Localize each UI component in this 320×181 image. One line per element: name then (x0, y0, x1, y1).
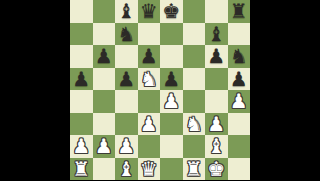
square-e8[interactable]: ♚ (160, 0, 183, 23)
piece-black-pawn[interactable]: ♟ (72, 68, 90, 88)
square-g7[interactable]: ♝ (205, 23, 228, 46)
square-d2[interactable] (138, 135, 161, 158)
square-f6[interactable] (183, 45, 206, 68)
square-c5[interactable]: ♟ (115, 68, 138, 91)
square-e7[interactable] (160, 23, 183, 46)
piece-black-bishop[interactable]: ♝ (207, 23, 225, 43)
square-g6[interactable]: ♟ (205, 45, 228, 68)
piece-black-pawn[interactable]: ♟ (230, 68, 248, 88)
square-f2[interactable] (183, 135, 206, 158)
piece-white-queen[interactable]: ♛ (140, 158, 158, 178)
piece-white-pawn[interactable]: ♟ (117, 136, 135, 156)
piece-white-bishop[interactable]: ♝ (117, 158, 135, 178)
piece-black-knight[interactable]: ♞ (230, 46, 248, 66)
square-h4[interactable]: ♟ (228, 90, 251, 113)
square-g3[interactable]: ♟ (205, 113, 228, 136)
piece-black-knight[interactable]: ♞ (117, 23, 135, 43)
square-g5[interactable] (205, 68, 228, 91)
piece-black-pawn[interactable]: ♟ (140, 46, 158, 66)
square-h7[interactable] (228, 23, 251, 46)
square-b4[interactable] (93, 90, 116, 113)
square-b7[interactable] (93, 23, 116, 46)
square-a5[interactable]: ♟ (70, 68, 93, 91)
square-f4[interactable] (183, 90, 206, 113)
piece-white-king[interactable]: ♚ (207, 158, 225, 178)
piece-black-pawn[interactable]: ♟ (95, 46, 113, 66)
square-d1[interactable]: ♛ (138, 158, 161, 181)
piece-black-pawn[interactable]: ♟ (207, 46, 225, 66)
square-a1[interactable]: ♜ (70, 158, 93, 181)
square-g2[interactable]: ♝ (205, 135, 228, 158)
square-a6[interactable] (70, 45, 93, 68)
piece-white-rook[interactable]: ♜ (185, 158, 203, 178)
square-e1[interactable] (160, 158, 183, 181)
letterbox-left (0, 0, 70, 180)
square-e3[interactable] (160, 113, 183, 136)
square-b8[interactable] (93, 0, 116, 23)
square-h5[interactable]: ♟ (228, 68, 251, 91)
piece-white-bishop[interactable]: ♝ (207, 136, 225, 156)
square-d3[interactable]: ♟ (138, 113, 161, 136)
square-d7[interactable] (138, 23, 161, 46)
square-g8[interactable] (205, 0, 228, 23)
square-b5[interactable] (93, 68, 116, 91)
square-h6[interactable]: ♞ (228, 45, 251, 68)
piece-white-pawn[interactable]: ♟ (72, 136, 90, 156)
square-c6[interactable] (115, 45, 138, 68)
square-b3[interactable] (93, 113, 116, 136)
piece-white-pawn[interactable]: ♟ (162, 91, 180, 111)
square-d6[interactable]: ♟ (138, 45, 161, 68)
letterbox-right (250, 0, 320, 180)
square-h3[interactable] (228, 113, 251, 136)
square-f7[interactable] (183, 23, 206, 46)
square-h1[interactable] (228, 158, 251, 181)
square-d4[interactable] (138, 90, 161, 113)
square-h8[interactable]: ♜ (228, 0, 251, 23)
square-c1[interactable]: ♝ (115, 158, 138, 181)
piece-white-pawn[interactable]: ♟ (95, 136, 113, 156)
square-a3[interactable] (70, 113, 93, 136)
chess-board: ♝♛♚♜♞♝♟♟♟♞♟♟♞♟♟♟♟♟♞♟♟♟♟♝♜♝♛♜♚ (70, 0, 250, 180)
piece-white-knight[interactable]: ♞ (185, 113, 203, 133)
square-a8[interactable] (70, 0, 93, 23)
square-a7[interactable] (70, 23, 93, 46)
square-f8[interactable] (183, 0, 206, 23)
piece-black-bishop[interactable]: ♝ (117, 1, 135, 21)
square-e4[interactable]: ♟ (160, 90, 183, 113)
square-c2[interactable]: ♟ (115, 135, 138, 158)
piece-black-king[interactable]: ♚ (162, 1, 180, 21)
square-f3[interactable]: ♞ (183, 113, 206, 136)
square-c3[interactable] (115, 113, 138, 136)
square-f5[interactable] (183, 68, 206, 91)
square-e6[interactable] (160, 45, 183, 68)
square-c4[interactable] (115, 90, 138, 113)
square-b2[interactable]: ♟ (93, 135, 116, 158)
square-g4[interactable] (205, 90, 228, 113)
square-a4[interactable] (70, 90, 93, 113)
square-g1[interactable]: ♚ (205, 158, 228, 181)
square-b6[interactable]: ♟ (93, 45, 116, 68)
square-e2[interactable] (160, 135, 183, 158)
square-c8[interactable]: ♝ (115, 0, 138, 23)
square-d8[interactable]: ♛ (138, 0, 161, 23)
square-d5[interactable]: ♞ (138, 68, 161, 91)
piece-white-rook[interactable]: ♜ (72, 158, 90, 178)
piece-black-queen[interactable]: ♛ (140, 1, 158, 21)
square-c7[interactable]: ♞ (115, 23, 138, 46)
square-b1[interactable] (93, 158, 116, 181)
piece-white-knight[interactable]: ♞ (140, 68, 158, 88)
video-frame: ♝♛♚♜♞♝♟♟♟♞♟♟♞♟♟♟♟♟♞♟♟♟♟♝♜♝♛♜♚ (0, 0, 320, 180)
square-e5[interactable]: ♟ (160, 68, 183, 91)
square-a2[interactable]: ♟ (70, 135, 93, 158)
piece-black-rook[interactable]: ♜ (230, 1, 248, 21)
piece-black-pawn[interactable]: ♟ (117, 68, 135, 88)
square-h2[interactable] (228, 135, 251, 158)
piece-white-pawn[interactable]: ♟ (207, 113, 225, 133)
piece-white-pawn[interactable]: ♟ (230, 91, 248, 111)
piece-white-pawn[interactable]: ♟ (140, 113, 158, 133)
square-f1[interactable]: ♜ (183, 158, 206, 181)
piece-black-pawn[interactable]: ♟ (162, 68, 180, 88)
